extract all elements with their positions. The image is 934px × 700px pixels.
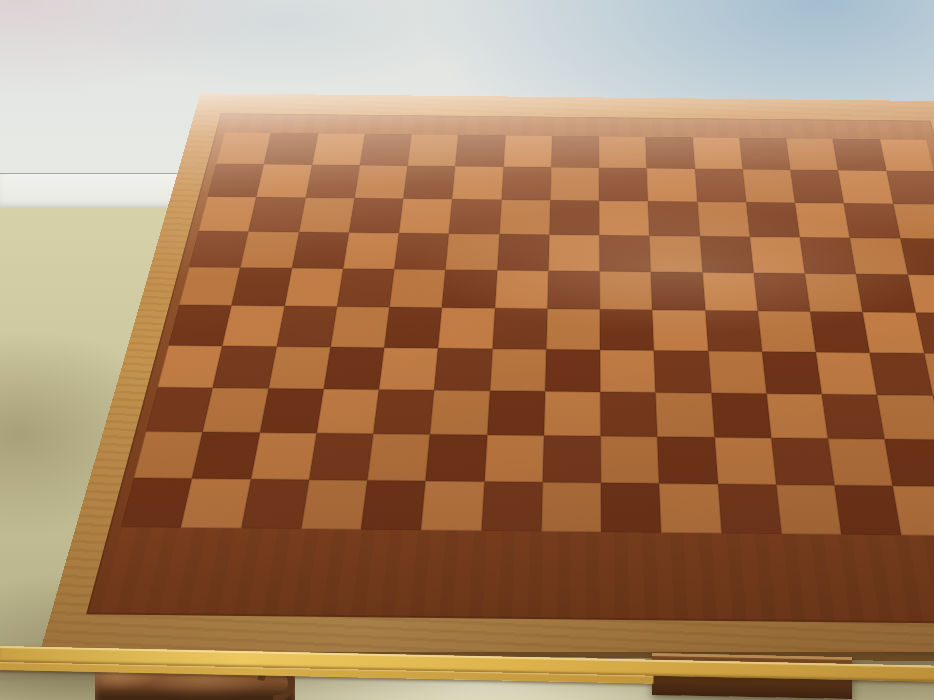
board-square bbox=[438, 308, 494, 348]
board-square bbox=[650, 236, 703, 273]
board-square bbox=[544, 391, 601, 436]
board-square bbox=[384, 307, 442, 347]
board-square bbox=[714, 437, 776, 484]
board-square bbox=[330, 307, 389, 347]
board-square bbox=[213, 346, 277, 389]
board-square bbox=[207, 164, 263, 197]
board-square bbox=[501, 167, 551, 200]
board-square bbox=[646, 137, 695, 169]
board-square bbox=[299, 198, 355, 233]
board-square bbox=[446, 234, 500, 271]
board-square bbox=[816, 352, 877, 395]
board-square bbox=[656, 392, 715, 437]
board-square bbox=[399, 199, 452, 234]
board-square bbox=[251, 432, 317, 479]
photo-scene bbox=[0, 0, 934, 700]
board-square bbox=[795, 203, 850, 238]
board-square bbox=[169, 305, 232, 345]
board-square bbox=[367, 434, 430, 481]
board-square bbox=[158, 345, 223, 388]
board-square bbox=[481, 482, 542, 532]
board-square bbox=[484, 435, 544, 482]
board-square bbox=[810, 312, 870, 353]
board-square bbox=[648, 201, 700, 236]
board-square bbox=[601, 436, 660, 483]
board-square bbox=[551, 136, 599, 168]
board-square bbox=[651, 272, 705, 311]
board-square bbox=[134, 431, 203, 478]
board-square bbox=[541, 482, 601, 532]
board-square bbox=[499, 200, 550, 235]
board-square bbox=[408, 134, 459, 166]
board-square bbox=[886, 171, 934, 205]
board-square bbox=[856, 274, 915, 313]
board-square bbox=[264, 133, 318, 165]
board-square bbox=[718, 484, 782, 534]
board-square bbox=[697, 202, 750, 237]
board-square bbox=[192, 432, 259, 479]
board-square bbox=[822, 394, 885, 439]
board-square bbox=[373, 389, 434, 434]
board-square bbox=[146, 387, 213, 432]
board-square bbox=[232, 268, 292, 306]
board-square bbox=[343, 233, 399, 270]
board-square bbox=[786, 138, 838, 170]
board-square bbox=[379, 347, 438, 390]
board-square bbox=[705, 311, 762, 352]
board-square bbox=[790, 170, 844, 204]
board-square bbox=[762, 351, 822, 394]
board-square bbox=[599, 201, 649, 236]
board-square bbox=[181, 478, 251, 528]
board-square bbox=[746, 202, 800, 237]
board-square bbox=[256, 164, 311, 197]
board-square bbox=[389, 269, 445, 308]
board-square bbox=[495, 271, 549, 310]
board-square bbox=[776, 485, 841, 535]
board-square bbox=[658, 437, 718, 484]
board-square bbox=[292, 232, 349, 269]
board-square bbox=[800, 237, 856, 274]
board-square bbox=[844, 203, 900, 238]
board-square bbox=[260, 388, 324, 433]
board-square bbox=[863, 312, 924, 353]
board-square bbox=[249, 197, 306, 232]
board-square bbox=[268, 346, 330, 389]
table-perspective bbox=[0, 0, 934, 700]
board-square bbox=[838, 170, 893, 204]
board-square bbox=[771, 438, 834, 485]
board-square bbox=[354, 165, 407, 198]
board-square bbox=[487, 391, 545, 436]
board-square bbox=[600, 272, 653, 311]
board-square bbox=[766, 393, 828, 438]
board-square bbox=[430, 390, 490, 435]
board-square bbox=[695, 169, 746, 203]
board-square bbox=[337, 269, 394, 308]
board-square bbox=[599, 136, 647, 168]
board-square bbox=[394, 233, 449, 270]
board-square bbox=[349, 198, 404, 233]
checkerboard bbox=[121, 132, 934, 536]
board-square bbox=[497, 234, 549, 271]
board-square bbox=[442, 270, 497, 309]
board-square bbox=[708, 351, 766, 394]
board-square bbox=[893, 204, 934, 239]
board-square bbox=[750, 237, 805, 274]
board-square bbox=[600, 392, 657, 437]
board-square bbox=[546, 309, 600, 350]
board-square bbox=[739, 138, 790, 170]
board-square bbox=[600, 310, 654, 351]
board-square bbox=[426, 434, 487, 481]
board-square bbox=[216, 132, 271, 164]
board-square bbox=[179, 267, 240, 305]
board-square bbox=[240, 232, 298, 269]
board-square bbox=[758, 311, 816, 352]
board-square bbox=[490, 348, 547, 391]
board-square bbox=[600, 350, 656, 393]
board-square bbox=[361, 480, 426, 530]
board-square bbox=[189, 231, 249, 268]
board-square bbox=[601, 483, 661, 533]
board-square bbox=[421, 481, 484, 531]
board-square bbox=[835, 485, 902, 535]
board-square bbox=[599, 168, 648, 202]
board-square bbox=[711, 393, 771, 438]
board-square bbox=[833, 139, 886, 171]
board-square bbox=[545, 349, 600, 392]
board-square bbox=[503, 135, 552, 167]
board-square bbox=[828, 438, 893, 485]
board-square bbox=[284, 268, 343, 306]
board-square bbox=[692, 137, 742, 169]
board-square bbox=[301, 480, 367, 530]
board-square bbox=[403, 166, 455, 199]
board-square bbox=[548, 235, 599, 272]
board-square bbox=[452, 166, 503, 199]
board-square bbox=[492, 309, 547, 350]
board-square bbox=[305, 165, 359, 198]
board-square bbox=[198, 197, 256, 232]
board-square bbox=[222, 306, 284, 346]
board-square bbox=[549, 200, 599, 235]
board-square bbox=[360, 134, 412, 166]
board-square bbox=[870, 352, 933, 395]
board-square bbox=[276, 306, 336, 346]
board-square bbox=[880, 139, 934, 171]
board-square bbox=[203, 388, 268, 433]
board-square bbox=[850, 238, 908, 275]
board-square bbox=[647, 168, 697, 202]
board-square bbox=[550, 167, 599, 201]
board-square bbox=[449, 199, 501, 234]
board-square bbox=[743, 169, 795, 203]
board-square bbox=[312, 133, 365, 165]
board-square bbox=[455, 135, 505, 167]
board-square bbox=[805, 274, 863, 313]
board-square bbox=[653, 310, 709, 351]
board-square bbox=[547, 271, 600, 310]
board-square bbox=[700, 236, 754, 273]
board-square bbox=[599, 235, 651, 272]
board-square bbox=[654, 350, 711, 393]
table-top-frame bbox=[40, 93, 934, 663]
board-square bbox=[324, 347, 385, 390]
board-square bbox=[877, 395, 934, 440]
board-square bbox=[434, 348, 492, 391]
board-square bbox=[309, 433, 373, 480]
board-square bbox=[754, 273, 811, 312]
board-square bbox=[316, 389, 378, 434]
board-square bbox=[885, 439, 934, 486]
board-square bbox=[702, 273, 757, 312]
board-square bbox=[543, 435, 601, 482]
board-square bbox=[659, 483, 721, 533]
board-square bbox=[241, 479, 309, 529]
